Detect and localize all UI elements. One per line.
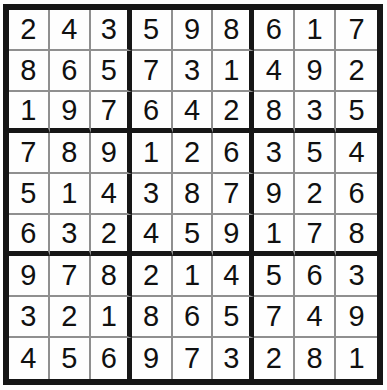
cell-r7c9[interactable]: 3 bbox=[336, 256, 377, 297]
cell-r2c1[interactable]: 8 bbox=[9, 51, 50, 92]
sudoku-board: 2435986178657314921976428357891263545143… bbox=[3, 4, 383, 385]
cell-r7c4[interactable]: 2 bbox=[132, 256, 173, 297]
cell-digit: 9 bbox=[61, 96, 77, 125]
cell-r4c7[interactable]: 3 bbox=[254, 133, 295, 174]
cell-r3c2[interactable]: 9 bbox=[50, 92, 91, 133]
cell-r9c1[interactable]: 4 bbox=[9, 338, 50, 379]
cell-r3c6[interactable]: 2 bbox=[213, 92, 254, 133]
cell-digit: 1 bbox=[143, 138, 159, 167]
cell-r8c2[interactable]: 2 bbox=[50, 297, 91, 338]
cell-digit: 7 bbox=[61, 261, 77, 290]
cell-digit: 1 bbox=[348, 344, 364, 373]
cell-digit: 3 bbox=[348, 261, 364, 290]
cell-digit: 5 bbox=[266, 261, 282, 290]
cell-r1c6[interactable]: 8 bbox=[213, 10, 254, 51]
cell-r8c8[interactable]: 4 bbox=[295, 297, 336, 338]
cell-digit: 3 bbox=[307, 96, 323, 125]
cell-r5c1[interactable]: 5 bbox=[9, 174, 50, 215]
cell-digit: 9 bbox=[223, 219, 239, 248]
cell-digit: 3 bbox=[184, 56, 200, 85]
cell-r9c7[interactable]: 2 bbox=[254, 338, 295, 379]
cell-digit: 1 bbox=[184, 261, 200, 290]
cell-digit: 6 bbox=[266, 15, 282, 44]
cell-r8c4[interactable]: 8 bbox=[132, 297, 173, 338]
cell-r8c6[interactable]: 5 bbox=[213, 297, 254, 338]
cell-r2c3[interactable]: 5 bbox=[91, 51, 132, 92]
cell-r1c4[interactable]: 5 bbox=[132, 10, 173, 51]
cell-r8c1[interactable]: 3 bbox=[9, 297, 50, 338]
cell-r4c6[interactable]: 6 bbox=[213, 133, 254, 174]
cell-digit: 8 bbox=[266, 96, 282, 125]
cell-digit: 4 bbox=[266, 56, 282, 85]
cell-r3c7[interactable]: 8 bbox=[254, 92, 295, 133]
cell-digit: 9 bbox=[307, 56, 323, 85]
cell-digit: 1 bbox=[223, 56, 239, 85]
cell-digit: 7 bbox=[101, 96, 117, 125]
cell-digit: 9 bbox=[101, 138, 117, 167]
cell-digit: 7 bbox=[143, 56, 159, 85]
cell-digit: 8 bbox=[223, 15, 239, 44]
cell-r9c4[interactable]: 9 bbox=[132, 338, 173, 379]
cell-r5c4[interactable]: 3 bbox=[132, 174, 173, 215]
cell-r3c5[interactable]: 4 bbox=[173, 92, 214, 133]
cell-r9c5[interactable]: 7 bbox=[173, 338, 214, 379]
cell-r1c7[interactable]: 6 bbox=[254, 10, 295, 51]
cell-digit: 5 bbox=[184, 219, 200, 248]
cell-digit: 4 bbox=[20, 344, 36, 373]
cell-digit: 5 bbox=[223, 302, 239, 331]
cell-digit: 2 bbox=[266, 344, 282, 373]
cell-digit: 6 bbox=[348, 179, 364, 208]
cell-r5c5[interactable]: 8 bbox=[173, 174, 214, 215]
cell-digit: 7 bbox=[20, 138, 36, 167]
cell-r9c9[interactable]: 1 bbox=[336, 338, 377, 379]
cell-digit: 3 bbox=[266, 138, 282, 167]
cell-digit: 5 bbox=[101, 56, 117, 85]
cell-digit: 2 bbox=[20, 15, 36, 44]
cell-r7c2[interactable]: 7 bbox=[50, 256, 91, 297]
cell-digit: 1 bbox=[266, 219, 282, 248]
cell-r6c7[interactable]: 1 bbox=[254, 215, 295, 256]
cell-digit: 4 bbox=[348, 138, 364, 167]
cell-r4c8[interactable]: 5 bbox=[295, 133, 336, 174]
cell-r9c6[interactable]: 3 bbox=[213, 338, 254, 379]
cell-r5c7[interactable]: 9 bbox=[254, 174, 295, 215]
cell-r7c5[interactable]: 1 bbox=[173, 256, 214, 297]
cell-digit: 2 bbox=[143, 261, 159, 290]
cell-r7c8[interactable]: 6 bbox=[295, 256, 336, 297]
cell-digit: 8 bbox=[61, 138, 77, 167]
cell-r9c3[interactable]: 6 bbox=[91, 338, 132, 379]
cell-digit: 4 bbox=[101, 179, 117, 208]
cell-r4c3[interactable]: 9 bbox=[91, 133, 132, 174]
cell-digit: 2 bbox=[348, 56, 364, 85]
cell-digit: 7 bbox=[223, 179, 239, 208]
cell-r4c9[interactable]: 4 bbox=[336, 133, 377, 174]
cell-digit: 6 bbox=[61, 56, 77, 85]
cell-r5c2[interactable]: 1 bbox=[50, 174, 91, 215]
cell-digit: 5 bbox=[307, 138, 323, 167]
cell-r4c5[interactable]: 2 bbox=[173, 133, 214, 174]
cell-r3c8[interactable]: 3 bbox=[295, 92, 336, 133]
cell-digit: 6 bbox=[307, 261, 323, 290]
cell-digit: 7 bbox=[348, 15, 364, 44]
cell-digit: 6 bbox=[143, 96, 159, 125]
cell-r8c7[interactable]: 7 bbox=[254, 297, 295, 338]
cell-r7c3[interactable]: 8 bbox=[91, 256, 132, 297]
cell-r8c9[interactable]: 9 bbox=[336, 297, 377, 338]
cell-r6c9[interactable]: 8 bbox=[336, 215, 377, 256]
cell-r4c2[interactable]: 8 bbox=[50, 133, 91, 174]
cell-r1c3[interactable]: 3 bbox=[91, 10, 132, 51]
cell-r9c8[interactable]: 8 bbox=[295, 338, 336, 379]
cell-r7c1[interactable]: 9 bbox=[9, 256, 50, 297]
cell-r1c5[interactable]: 9 bbox=[173, 10, 214, 51]
cell-digit: 9 bbox=[348, 302, 364, 331]
cell-r2c9[interactable]: 2 bbox=[336, 51, 377, 92]
cell-r7c7[interactable]: 5 bbox=[254, 256, 295, 297]
cell-digit: 2 bbox=[307, 179, 323, 208]
cell-digit: 6 bbox=[101, 344, 117, 373]
cell-digit: 4 bbox=[143, 219, 159, 248]
cell-r5c6[interactable]: 7 bbox=[213, 174, 254, 215]
cell-r6c3[interactable]: 2 bbox=[91, 215, 132, 256]
cell-digit: 1 bbox=[307, 15, 323, 44]
cell-r7c6[interactable]: 4 bbox=[213, 256, 254, 297]
cell-r2c5[interactable]: 3 bbox=[173, 51, 214, 92]
cell-r6c6[interactable]: 9 bbox=[213, 215, 254, 256]
cell-r1c2[interactable]: 4 bbox=[50, 10, 91, 51]
cell-r4c4[interactable]: 1 bbox=[132, 133, 173, 174]
cell-r9c2[interactable]: 5 bbox=[50, 338, 91, 379]
cell-r3c3[interactable]: 7 bbox=[91, 92, 132, 133]
cell-digit: 4 bbox=[307, 302, 323, 331]
cell-digit: 3 bbox=[143, 179, 159, 208]
cell-digit: 9 bbox=[20, 261, 36, 290]
cell-digit: 7 bbox=[184, 344, 200, 373]
cell-digit: 9 bbox=[266, 179, 282, 208]
cell-digit: 4 bbox=[61, 15, 77, 44]
cell-r6c8[interactable]: 7 bbox=[295, 215, 336, 256]
cell-r2c7[interactable]: 4 bbox=[254, 51, 295, 92]
cell-digit: 4 bbox=[223, 261, 239, 290]
cell-digit: 8 bbox=[307, 344, 323, 373]
cell-digit: 1 bbox=[61, 179, 77, 208]
cell-digit: 3 bbox=[61, 219, 77, 248]
cell-digit: 5 bbox=[61, 344, 77, 373]
cell-r4c1[interactable]: 7 bbox=[9, 133, 50, 174]
cell-r6c5[interactable]: 5 bbox=[173, 215, 214, 256]
cell-digit: 3 bbox=[20, 302, 36, 331]
cell-r5c8[interactable]: 2 bbox=[295, 174, 336, 215]
cell-r8c3[interactable]: 1 bbox=[91, 297, 132, 338]
cell-r2c6[interactable]: 1 bbox=[213, 51, 254, 92]
cell-digit: 4 bbox=[184, 96, 200, 125]
cell-digit: 3 bbox=[101, 15, 117, 44]
cell-r3c4[interactable]: 6 bbox=[132, 92, 173, 133]
cell-digit: 7 bbox=[307, 219, 323, 248]
cell-digit: 8 bbox=[348, 219, 364, 248]
cell-digit: 9 bbox=[184, 15, 200, 44]
cell-r8c5[interactable]: 6 bbox=[173, 297, 214, 338]
cell-digit: 6 bbox=[184, 302, 200, 331]
cell-r2c4[interactable]: 7 bbox=[132, 51, 173, 92]
cell-r2c2[interactable]: 6 bbox=[50, 51, 91, 92]
cell-digit: 8 bbox=[101, 261, 117, 290]
cell-r5c3[interactable]: 4 bbox=[91, 174, 132, 215]
cell-digit: 2 bbox=[184, 138, 200, 167]
cell-digit: 5 bbox=[20, 179, 36, 208]
cell-r1c8[interactable]: 1 bbox=[295, 10, 336, 51]
cell-r6c1[interactable]: 6 bbox=[9, 215, 50, 256]
cell-r3c1[interactable]: 1 bbox=[9, 92, 50, 133]
cell-digit: 6 bbox=[20, 219, 36, 248]
cell-digit: 5 bbox=[143, 15, 159, 44]
cell-r2c8[interactable]: 9 bbox=[295, 51, 336, 92]
cell-r6c4[interactable]: 4 bbox=[132, 215, 173, 256]
cell-r6c2[interactable]: 3 bbox=[50, 215, 91, 256]
cell-digit: 2 bbox=[61, 302, 77, 331]
cell-digit: 1 bbox=[20, 96, 36, 125]
cell-digit: 6 bbox=[223, 138, 239, 167]
cell-digit: 3 bbox=[223, 344, 239, 373]
cell-digit: 1 bbox=[101, 302, 117, 331]
cell-digit: 9 bbox=[143, 344, 159, 373]
cell-r1c1[interactable]: 2 bbox=[9, 10, 50, 51]
cell-digit: 8 bbox=[20, 56, 36, 85]
cell-digit: 5 bbox=[348, 96, 364, 125]
cell-r1c9[interactable]: 7 bbox=[336, 10, 377, 51]
cell-digit: 2 bbox=[223, 96, 239, 125]
cell-r3c9[interactable]: 5 bbox=[336, 92, 377, 133]
cell-digit: 2 bbox=[101, 219, 117, 248]
page: 2435986178657314921976428357891263545143… bbox=[0, 0, 387, 390]
cell-r5c9[interactable]: 6 bbox=[336, 174, 377, 215]
cell-digit: 8 bbox=[143, 302, 159, 331]
cell-digit: 7 bbox=[266, 302, 282, 331]
cell-digit: 8 bbox=[184, 179, 200, 208]
